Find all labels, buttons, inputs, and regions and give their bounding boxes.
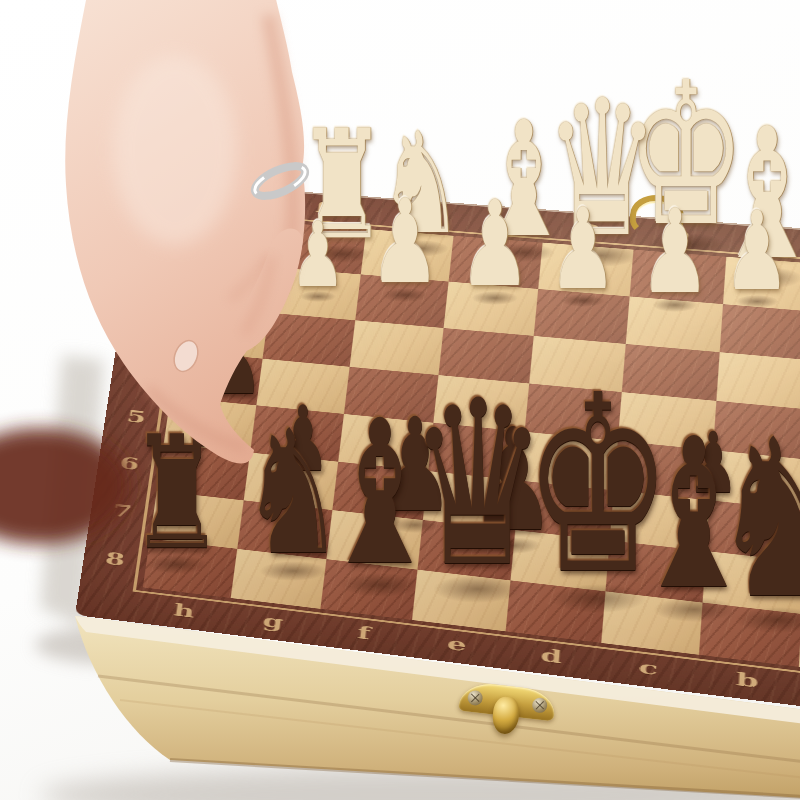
square-b2 [720,304,800,360]
chess-board: hgfedcba hgfedcba 12345678 12345678 [75,180,800,728]
square-d2 [534,289,630,344]
square-h8 [143,539,237,598]
file-far-label-h: h [230,194,252,212]
rank-label-1: 1 [153,227,174,245]
square-h4 [171,351,263,406]
square-g2 [269,267,361,320]
file-far-label-f: f [404,207,418,225]
square-g1 [275,222,367,274]
square-e2 [444,282,539,336]
file-label-d: d [540,645,564,667]
file-label-h: h [172,600,195,621]
square-h2 [184,260,275,312]
latch-screw-left [467,690,484,707]
file-label-f: f [356,622,371,642]
square-e8 [412,570,510,632]
file-label-b: b [735,669,759,692]
file-label-c: c [638,657,659,679]
rank-label-2: 2 [146,271,167,289]
file-label-g: g [262,611,285,632]
board-top-face: hgfedcba hgfedcba 12345678 12345678 [75,180,800,728]
square-d1 [538,243,633,297]
brass-ring [629,193,686,239]
rank-label-3: 3 [139,316,160,335]
square-c3 [622,344,720,401]
square-h3 [177,305,268,358]
file-far-label-b: b [763,234,786,253]
square-c2 [626,296,723,352]
square-f3 [350,320,444,375]
rank-label-7: 7 [111,501,133,521]
brass-latch [455,681,557,748]
latch-screw-right [531,697,548,714]
square-h1 [190,216,280,267]
square-d8 [506,580,606,643]
file-label-e: e [446,633,467,655]
squares-grid [143,216,800,679]
square-g8 [231,549,327,609]
scene: hgfedcba hgfedcba 12345678 12345678 ♚♞♝♜… [0,0,800,800]
square-d3 [529,336,626,392]
square-f1 [361,229,454,282]
rank-label-4: 4 [133,361,155,380]
square-g3 [263,313,356,367]
file-far-label-d: d [578,220,600,239]
rank-label-5: 5 [126,407,148,426]
latch-knob [491,696,521,736]
rank-label-6: 6 [118,454,140,474]
file-far-label-g: g [315,201,337,219]
square-b1 [723,257,800,312]
square-e3 [438,328,533,383]
square-f2 [355,274,448,328]
square-e1 [449,236,543,289]
file-far-label-e: e [489,214,509,232]
square-g4 [256,359,349,414]
square-f8 [320,559,417,620]
square-c8 [601,591,702,654]
square-b8 [699,603,800,667]
rank-label-8: 8 [104,549,126,569]
square-c1 [630,250,727,305]
